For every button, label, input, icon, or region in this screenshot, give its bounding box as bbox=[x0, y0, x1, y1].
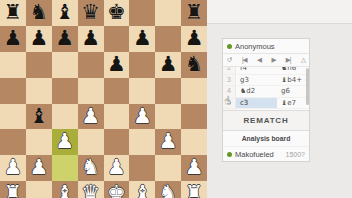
square-h6[interactable]: ♞ bbox=[181, 52, 207, 78]
square-e8[interactable]: ♚ bbox=[104, 0, 130, 26]
square-b6[interactable] bbox=[26, 52, 52, 78]
square-d7[interactable]: ♟ bbox=[78, 26, 104, 52]
white-pawn: ♟ bbox=[133, 104, 152, 130]
square-g2[interactable] bbox=[155, 155, 181, 181]
player-row-bottom: Makofueled 1500? bbox=[223, 147, 309, 161]
white-pawn: ♟ bbox=[4, 155, 23, 181]
flip-board-icon[interactable]: ↺ bbox=[227, 54, 231, 66]
player-name-bottom: Makofueled bbox=[235, 150, 274, 159]
move-white[interactable]: f4 bbox=[236, 67, 277, 74]
black-pawn: ♟ bbox=[107, 52, 126, 78]
black-pawn: ♟ bbox=[55, 26, 74, 52]
black-pawn: ♟ bbox=[159, 52, 178, 78]
black-rook: ♜ bbox=[4, 0, 23, 26]
square-g8[interactable] bbox=[155, 0, 181, 26]
move-row-6: 6♝g20-0 bbox=[223, 109, 309, 110]
move-row-2: 2f4♞h6 bbox=[223, 67, 309, 75]
move-row-4: 4♞d2g6 bbox=[223, 86, 309, 98]
square-a5[interactable] bbox=[0, 78, 26, 104]
white-knight: ♞ bbox=[159, 181, 178, 198]
square-c5[interactable] bbox=[52, 78, 78, 104]
square-f2[interactable] bbox=[129, 155, 155, 181]
move-black[interactable]: g6 bbox=[277, 86, 309, 97]
prev-move-icon[interactable]: ◀ bbox=[257, 54, 261, 66]
player-row-top: Anonymous bbox=[223, 39, 309, 53]
move-number: 4 bbox=[223, 86, 236, 97]
square-c6[interactable] bbox=[52, 52, 78, 78]
square-c3[interactable]: ♟ bbox=[52, 129, 78, 155]
square-f4[interactable]: ♟ bbox=[129, 104, 155, 130]
square-h7[interactable]: ♟ bbox=[181, 26, 207, 52]
move-list-scrollbar[interactable] bbox=[306, 68, 309, 105]
black-pawn: ♟ bbox=[133, 26, 152, 52]
square-d8[interactable]: ♛ bbox=[78, 0, 104, 26]
move-white[interactable]: g3 bbox=[236, 75, 277, 86]
white-pawn: ♟ bbox=[185, 155, 204, 181]
square-e7[interactable] bbox=[104, 26, 130, 52]
square-b7[interactable]: ♟ bbox=[26, 26, 52, 52]
white-pawn: ♟ bbox=[159, 129, 178, 155]
square-d5[interactable] bbox=[78, 78, 104, 104]
black-pawn: ♟ bbox=[81, 26, 100, 52]
move-white[interactable]: c3 bbox=[236, 98, 277, 109]
square-f5[interactable] bbox=[129, 78, 155, 104]
square-b2[interactable]: ♟ bbox=[26, 155, 52, 181]
sidebar-top-band bbox=[207, 0, 352, 24]
square-g1[interactable]: ♞ bbox=[155, 181, 181, 198]
move-white[interactable]: ♝g2 bbox=[236, 109, 277, 110]
move-number: 3 bbox=[223, 75, 236, 86]
square-h1[interactable]: ♜ bbox=[181, 181, 207, 198]
black-king: ♚ bbox=[107, 0, 126, 26]
player-name-top: Anonymous bbox=[235, 42, 275, 51]
move-black[interactable]: ♝e7 bbox=[277, 98, 309, 109]
move-controls: ↺ |◀ ◀ ▶ ▶| △ bbox=[223, 53, 309, 67]
white-pawn: ♟ bbox=[55, 129, 74, 155]
white-knight: ♞ bbox=[81, 155, 100, 181]
square-c8[interactable]: ♝ bbox=[52, 0, 78, 26]
next-move-icon[interactable]: ▶ bbox=[271, 54, 275, 66]
square-h5[interactable] bbox=[181, 78, 207, 104]
analysis-board-link[interactable]: Analysis board bbox=[223, 131, 309, 147]
move-number: 6 bbox=[223, 109, 236, 110]
square-a7[interactable]: ♟ bbox=[0, 26, 26, 52]
square-f7[interactable]: ♟ bbox=[129, 26, 155, 52]
white-rook: ♜ bbox=[4, 181, 23, 198]
analysis-toggle-icon[interactable]: △ bbox=[301, 54, 305, 66]
move-number: 2 bbox=[223, 67, 236, 74]
black-knight: ♞ bbox=[29, 0, 48, 26]
square-g3[interactable]: ♟ bbox=[155, 129, 181, 155]
square-d2[interactable]: ♞ bbox=[78, 155, 104, 181]
sidebar: Anonymous ↺ |◀ ◀ ▶ ▶| △ 2f4♞h63g3♝b4+4♞d… bbox=[207, 0, 352, 198]
square-g7[interactable] bbox=[155, 26, 181, 52]
square-c1[interactable]: ♝ bbox=[52, 181, 78, 198]
square-a8[interactable]: ♜ bbox=[0, 0, 26, 26]
move-black[interactable]: 0-0 bbox=[277, 109, 309, 110]
square-c2[interactable] bbox=[52, 155, 78, 181]
black-pawn: ♟ bbox=[4, 26, 23, 52]
square-d6[interactable] bbox=[78, 52, 104, 78]
square-b5[interactable] bbox=[26, 78, 52, 104]
move-black[interactable]: ♝b4+ bbox=[277, 75, 309, 86]
black-queen: ♛ bbox=[81, 0, 100, 26]
rematch-button[interactable]: REMATCH bbox=[223, 110, 309, 131]
square-b1[interactable] bbox=[26, 181, 52, 198]
move-list[interactable]: 2f4♞h63g3♝b4+4♞d2g65c3♝e76♝g20-0 bbox=[223, 67, 309, 110]
online-dot bbox=[227, 44, 232, 49]
square-e3[interactable] bbox=[104, 129, 130, 155]
square-b8[interactable]: ♞ bbox=[26, 0, 52, 26]
lichess-game-screen: ♜♞♝♛♚♜♟♟♟♟♟♟♟♟♞♝♟♟♟♟♟♟♞♟♟♜♝♛♚♝♞♜ 8765432… bbox=[0, 0, 352, 198]
white-king: ♚ bbox=[107, 181, 126, 198]
white-bishop: ♝ bbox=[133, 181, 152, 198]
square-c4[interactable] bbox=[52, 104, 78, 130]
square-c7[interactable]: ♟ bbox=[52, 26, 78, 52]
square-f8[interactable] bbox=[129, 0, 155, 26]
move-number: 5 bbox=[223, 98, 236, 109]
move-row-3: 3g3♝b4+ bbox=[223, 75, 309, 87]
square-d4[interactable]: ♟ bbox=[78, 104, 104, 130]
square-d1[interactable]: ♛ bbox=[78, 181, 104, 198]
square-g5[interactable] bbox=[155, 78, 181, 104]
move-black[interactable]: ♞h6 bbox=[277, 67, 309, 74]
black-pawn: ♟ bbox=[185, 26, 204, 52]
square-f3[interactable] bbox=[129, 129, 155, 155]
square-a2[interactable]: ♟ bbox=[0, 155, 26, 181]
player-rating-bottom: 1500? bbox=[286, 151, 305, 158]
white-pawn: ♟ bbox=[29, 155, 48, 181]
square-e4[interactable] bbox=[104, 104, 130, 130]
square-e6[interactable]: ♟ bbox=[104, 52, 130, 78]
last-move-icon[interactable]: ▶| bbox=[286, 54, 291, 66]
black-bishop: ♝ bbox=[29, 104, 48, 130]
square-g6[interactable]: ♟ bbox=[155, 52, 181, 78]
white-pawn: ♟ bbox=[107, 155, 126, 181]
square-h8[interactable]: ♜ bbox=[181, 0, 207, 26]
online-dot bbox=[227, 152, 232, 157]
black-bishop: ♝ bbox=[55, 0, 74, 26]
first-move-icon[interactable]: |◀ bbox=[242, 54, 247, 66]
white-pawn: ♟ bbox=[81, 104, 100, 130]
square-a4[interactable] bbox=[0, 104, 26, 130]
move-row-5: 5c3♝e7 bbox=[223, 98, 309, 110]
square-a1[interactable]: ♜ bbox=[0, 181, 26, 198]
black-knight: ♞ bbox=[185, 52, 204, 78]
square-h4[interactable] bbox=[181, 104, 207, 130]
white-rook: ♜ bbox=[185, 181, 204, 198]
black-rook: ♜ bbox=[185, 0, 204, 26]
square-b3[interactable] bbox=[26, 129, 52, 155]
square-e2[interactable]: ♟ bbox=[104, 155, 130, 181]
game-panel: Anonymous ↺ |◀ ◀ ▶ ▶| △ 2f4♞h63g3♝b4+4♞d… bbox=[222, 38, 310, 162]
square-e1[interactable]: ♚ bbox=[104, 181, 130, 198]
square-b4[interactable]: ♝ bbox=[26, 104, 52, 130]
square-h3[interactable] bbox=[181, 129, 207, 155]
square-g4[interactable] bbox=[155, 104, 181, 130]
square-a3[interactable] bbox=[0, 129, 26, 155]
white-queen: ♛ bbox=[81, 181, 100, 198]
square-f1[interactable]: ♝ bbox=[129, 181, 155, 198]
white-bishop: ♝ bbox=[55, 181, 74, 198]
square-h2[interactable]: ♟ bbox=[181, 155, 207, 181]
square-d3[interactable] bbox=[78, 129, 104, 155]
square-e5[interactable] bbox=[104, 78, 130, 104]
square-a6[interactable] bbox=[0, 52, 26, 78]
move-white[interactable]: ♞d2 bbox=[236, 86, 277, 97]
square-f6[interactable] bbox=[129, 52, 155, 78]
black-pawn: ♟ bbox=[29, 26, 48, 52]
chess-board: ♜♞♝♛♚♜♟♟♟♟♟♟♟♟♞♝♟♟♟♟♟♟♞♟♟♜♝♛♚♝♞♜ bbox=[0, 0, 207, 198]
